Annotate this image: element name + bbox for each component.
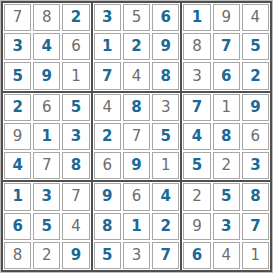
cell-r8c6[interactable]: 2 <box>152 213 179 240</box>
cell-r9c6[interactable]: 7 <box>152 242 179 269</box>
cell-r7c3[interactable]: 7 <box>62 183 89 210</box>
cell-r6c4[interactable]: 6 <box>94 152 121 179</box>
cell-r3c4[interactable]: 7 <box>94 62 121 89</box>
cell-r4c9[interactable]: 9 <box>242 94 269 121</box>
cell-r1c6[interactable]: 6 <box>152 4 179 31</box>
sudoku-board: 7823465913561297481948753622659134784832… <box>1 1 272 272</box>
cell-r6c2[interactable]: 7 <box>33 152 60 179</box>
cell-r1c3[interactable]: 2 <box>62 4 89 31</box>
cell-r5c7[interactable]: 4 <box>183 123 210 150</box>
cell-r8c8[interactable]: 3 <box>213 213 240 240</box>
cell-r7c5[interactable]: 6 <box>123 183 150 210</box>
cell-r4c4[interactable]: 4 <box>94 94 121 121</box>
cell-r3c1[interactable]: 5 <box>4 62 31 89</box>
cell-r2c5[interactable]: 2 <box>123 33 150 60</box>
cell-r3c8[interactable]: 6 <box>213 62 240 89</box>
sudoku-box-6: 719486523 <box>181 92 271 182</box>
cell-r8c1[interactable]: 6 <box>4 213 31 240</box>
cell-r5c3[interactable]: 3 <box>62 123 89 150</box>
cell-r7c6[interactable]: 4 <box>152 183 179 210</box>
cell-r7c4[interactable]: 9 <box>94 183 121 210</box>
cell-r2c1[interactable]: 3 <box>4 33 31 60</box>
cell-r1c7[interactable]: 1 <box>183 4 210 31</box>
sudoku-box-2: 356129748 <box>92 2 182 92</box>
cell-r5c5[interactable]: 7 <box>123 123 150 150</box>
cell-r5c8[interactable]: 8 <box>213 123 240 150</box>
cell-r3c6[interactable]: 8 <box>152 62 179 89</box>
cell-r9c9[interactable]: 1 <box>242 242 269 269</box>
cell-r2c4[interactable]: 1 <box>94 33 121 60</box>
cell-r2c9[interactable]: 5 <box>242 33 269 60</box>
cell-r9c3[interactable]: 9 <box>62 242 89 269</box>
cell-r2c6[interactable]: 9 <box>152 33 179 60</box>
cell-r7c2[interactable]: 3 <box>33 183 60 210</box>
cell-r1c2[interactable]: 8 <box>33 4 60 31</box>
cell-r9c8[interactable]: 4 <box>213 242 240 269</box>
cell-r3c5[interactable]: 4 <box>123 62 150 89</box>
cell-r2c3[interactable]: 6 <box>62 33 89 60</box>
cell-r5c4[interactable]: 2 <box>94 123 121 150</box>
cell-r6c8[interactable]: 2 <box>213 152 240 179</box>
cell-r4c3[interactable]: 5 <box>62 94 89 121</box>
sudoku-box-1: 782346591 <box>2 2 92 92</box>
cell-r7c7[interactable]: 2 <box>183 183 210 210</box>
cell-r5c2[interactable]: 1 <box>33 123 60 150</box>
cell-r8c4[interactable]: 8 <box>94 213 121 240</box>
cell-r7c9[interactable]: 8 <box>242 183 269 210</box>
cell-r1c9[interactable]: 4 <box>242 4 269 31</box>
cell-r9c4[interactable]: 5 <box>94 242 121 269</box>
sudoku-box-5: 483275691 <box>92 92 182 182</box>
sudoku-box-4: 265913478 <box>2 92 92 182</box>
cell-r7c8[interactable]: 5 <box>213 183 240 210</box>
cell-r9c5[interactable]: 3 <box>123 242 150 269</box>
cell-r4c2[interactable]: 6 <box>33 94 60 121</box>
cell-r8c7[interactable]: 9 <box>183 213 210 240</box>
cell-r3c2[interactable]: 9 <box>33 62 60 89</box>
cell-r3c3[interactable]: 1 <box>62 62 89 89</box>
sudoku-box-8: 964812537 <box>92 181 182 271</box>
cell-r8c3[interactable]: 4 <box>62 213 89 240</box>
cell-r5c9[interactable]: 6 <box>242 123 269 150</box>
cell-r6c1[interactable]: 4 <box>4 152 31 179</box>
cell-r2c2[interactable]: 4 <box>33 33 60 60</box>
cell-r8c9[interactable]: 7 <box>242 213 269 240</box>
cell-r6c9[interactable]: 3 <box>242 152 269 179</box>
cell-r9c2[interactable]: 2 <box>33 242 60 269</box>
cell-r1c4[interactable]: 3 <box>94 4 121 31</box>
sudoku-box-7: 137654829 <box>2 181 92 271</box>
cell-r6c3[interactable]: 8 <box>62 152 89 179</box>
cell-r9c1[interactable]: 8 <box>4 242 31 269</box>
cell-r9c7[interactable]: 6 <box>183 242 210 269</box>
cell-r5c1[interactable]: 9 <box>4 123 31 150</box>
sudoku-box-3: 194875362 <box>181 2 271 92</box>
cell-r1c5[interactable]: 5 <box>123 4 150 31</box>
cell-r4c5[interactable]: 8 <box>123 94 150 121</box>
cell-r7c1[interactable]: 1 <box>4 183 31 210</box>
cell-r2c7[interactable]: 8 <box>183 33 210 60</box>
cell-r4c6[interactable]: 3 <box>152 94 179 121</box>
cell-r3c9[interactable]: 2 <box>242 62 269 89</box>
cell-r8c2[interactable]: 5 <box>33 213 60 240</box>
cell-r4c1[interactable]: 2 <box>4 94 31 121</box>
cell-r6c5[interactable]: 9 <box>123 152 150 179</box>
cell-r2c8[interactable]: 7 <box>213 33 240 60</box>
cell-r8c5[interactable]: 1 <box>123 213 150 240</box>
cell-r6c6[interactable]: 1 <box>152 152 179 179</box>
cell-r4c7[interactable]: 7 <box>183 94 210 121</box>
cell-r1c1[interactable]: 7 <box>4 4 31 31</box>
cell-r6c7[interactable]: 5 <box>183 152 210 179</box>
cell-r1c8[interactable]: 9 <box>213 4 240 31</box>
sudoku-box-9: 258937641 <box>181 181 271 271</box>
cell-r5c6[interactable]: 5 <box>152 123 179 150</box>
cell-r3c7[interactable]: 3 <box>183 62 210 89</box>
cell-r4c8[interactable]: 1 <box>213 94 240 121</box>
